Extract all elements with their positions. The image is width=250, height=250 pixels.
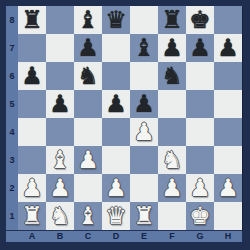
white-pawn-h2[interactable]: ♟	[217, 174, 239, 202]
square-e5[interactable]: ♟	[130, 90, 158, 118]
file-label-c: C	[74, 231, 102, 242]
white-knight-f3[interactable]: ♞	[161, 146, 183, 174]
square-f2[interactable]: ♟	[158, 174, 186, 202]
file-label-g: G	[186, 231, 214, 242]
square-e7[interactable]: ♝	[130, 34, 158, 62]
square-e4[interactable]: ♟	[130, 118, 158, 146]
white-pawn-d2[interactable]: ♟	[105, 174, 127, 202]
rank-label-3: 3	[6, 146, 18, 174]
square-f5[interactable]	[158, 90, 186, 118]
white-king-g1[interactable]: ♚	[189, 202, 211, 230]
square-h2[interactable]: ♟	[214, 174, 242, 202]
rank-label-8: 8	[6, 6, 18, 34]
square-b8[interactable]	[46, 6, 74, 34]
rank-labels: 87654321	[6, 6, 18, 230]
white-pawn-a2[interactable]: ♟	[21, 174, 43, 202]
white-pawn-f2[interactable]: ♟	[161, 174, 183, 202]
black-knight-c6[interactable]: ♞	[77, 62, 99, 90]
square-c1[interactable]: ♝	[74, 202, 102, 230]
rank-label-2: 2	[6, 174, 18, 202]
square-b3[interactable]: ♝	[46, 146, 74, 174]
square-b7[interactable]	[46, 34, 74, 62]
white-pawn-b2[interactable]: ♟	[49, 174, 71, 202]
black-pawn-a6[interactable]: ♟	[21, 62, 43, 90]
square-h1[interactable]	[214, 202, 242, 230]
black-pawn-f7[interactable]: ♟	[161, 34, 183, 62]
square-g3[interactable]	[186, 146, 214, 174]
file-label-h: H	[214, 231, 242, 242]
square-b6[interactable]	[46, 62, 74, 90]
black-queen-d8[interactable]: ♛	[105, 6, 127, 34]
square-e3[interactable]	[130, 146, 158, 174]
square-a7[interactable]	[18, 34, 46, 62]
square-d6[interactable]	[102, 62, 130, 90]
square-c5[interactable]	[74, 90, 102, 118]
black-pawn-e5[interactable]: ♟	[133, 90, 155, 118]
square-e2[interactable]	[130, 174, 158, 202]
rank-label-6: 6	[6, 62, 18, 90]
square-g7[interactable]: ♟	[186, 34, 214, 62]
square-a5[interactable]	[18, 90, 46, 118]
black-bishop-c8[interactable]: ♝	[77, 6, 99, 34]
square-h4[interactable]	[214, 118, 242, 146]
square-g5[interactable]	[186, 90, 214, 118]
square-h7[interactable]: ♟	[214, 34, 242, 62]
square-g6[interactable]	[186, 62, 214, 90]
white-rook-a1[interactable]: ♜	[21, 202, 43, 230]
square-c4[interactable]	[74, 118, 102, 146]
square-b4[interactable]	[46, 118, 74, 146]
square-g4[interactable]	[186, 118, 214, 146]
square-c6[interactable]: ♞	[74, 62, 102, 90]
square-e8[interactable]	[130, 6, 158, 34]
square-d8[interactable]: ♛	[102, 6, 130, 34]
square-d3[interactable]	[102, 146, 130, 174]
rank-label-5: 5	[6, 90, 18, 118]
square-a3[interactable]	[18, 146, 46, 174]
chess-board-widget: 87654321 ♜♝♛♜♚♟♝♟♟♟♟♞♞♟♟♟♟♝♟♞♟♟♟♟♟♟♜♞♝♛♜…	[0, 0, 250, 250]
square-f7[interactable]: ♟	[158, 34, 186, 62]
square-c2[interactable]	[74, 174, 102, 202]
square-c7[interactable]: ♟	[74, 34, 102, 62]
square-f1[interactable]	[158, 202, 186, 230]
black-pawn-d5[interactable]: ♟	[105, 90, 127, 118]
square-d5[interactable]: ♟	[102, 90, 130, 118]
black-rook-a8[interactable]: ♜	[21, 6, 43, 34]
white-rook-e1[interactable]: ♜	[133, 202, 155, 230]
square-h6[interactable]	[214, 62, 242, 90]
square-f3[interactable]: ♞	[158, 146, 186, 174]
square-f8[interactable]: ♜	[158, 6, 186, 34]
file-label-b: B	[46, 231, 74, 242]
black-pawn-c7[interactable]: ♟	[77, 34, 99, 62]
rank-label-4: 4	[6, 118, 18, 146]
white-pawn-c3[interactable]: ♟	[77, 146, 99, 174]
file-label-f: F	[158, 231, 186, 242]
white-queen-d1[interactable]: ♛	[105, 202, 127, 230]
file-label-a: A	[18, 231, 46, 242]
square-b5[interactable]: ♟	[46, 90, 74, 118]
black-knight-f6[interactable]: ♞	[161, 62, 183, 90]
black-bishop-e7[interactable]: ♝	[133, 34, 155, 62]
white-bishop-c1[interactable]: ♝	[77, 202, 99, 230]
square-g2[interactable]: ♟	[186, 174, 214, 202]
square-d7[interactable]	[102, 34, 130, 62]
black-king-g8[interactable]: ♚	[189, 6, 211, 34]
square-c3[interactable]: ♟	[74, 146, 102, 174]
square-d4[interactable]	[102, 118, 130, 146]
white-knight-b1[interactable]: ♞	[49, 202, 71, 230]
square-f6[interactable]: ♞	[158, 62, 186, 90]
square-a6[interactable]: ♟	[18, 62, 46, 90]
square-b1[interactable]: ♞	[46, 202, 74, 230]
black-rook-f8[interactable]: ♜	[161, 6, 183, 34]
white-pawn-e4[interactable]: ♟	[133, 118, 155, 146]
chess-board: ♜♝♛♜♚♟♝♟♟♟♟♞♞♟♟♟♟♝♟♞♟♟♟♟♟♟♜♞♝♛♜♚	[18, 6, 242, 230]
square-d2[interactable]: ♟	[102, 174, 130, 202]
file-label-e: E	[130, 231, 158, 242]
square-c8[interactable]: ♝	[74, 6, 102, 34]
square-g1[interactable]: ♚	[186, 202, 214, 230]
square-h3[interactable]	[214, 146, 242, 174]
file-label-d: D	[102, 231, 130, 242]
square-f4[interactable]	[158, 118, 186, 146]
black-pawn-b5[interactable]: ♟	[49, 90, 71, 118]
square-g8[interactable]: ♚	[186, 6, 214, 34]
square-h5[interactable]	[214, 90, 242, 118]
black-pawn-g7[interactable]: ♟	[189, 34, 211, 62]
square-a2[interactable]: ♟	[18, 174, 46, 202]
square-h8[interactable]	[214, 6, 242, 34]
file-labels: ABCDEFGH	[6, 230, 242, 242]
rank-label-1: 1	[6, 202, 18, 230]
square-a1[interactable]: ♜	[18, 202, 46, 230]
square-e6[interactable]	[130, 62, 158, 90]
rank-label-7: 7	[6, 34, 18, 62]
white-bishop-b3[interactable]: ♝	[49, 146, 71, 174]
square-b2[interactable]: ♟	[46, 174, 74, 202]
square-a8[interactable]: ♜	[18, 6, 46, 34]
black-pawn-h7[interactable]: ♟	[217, 34, 239, 62]
square-a4[interactable]	[18, 118, 46, 146]
white-pawn-g2[interactable]: ♟	[189, 174, 211, 202]
square-e1[interactable]: ♜	[130, 202, 158, 230]
square-d1[interactable]: ♛	[102, 202, 130, 230]
